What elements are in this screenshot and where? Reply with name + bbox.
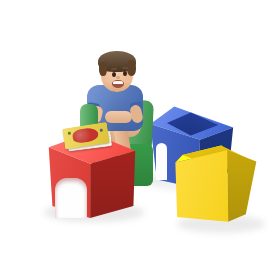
blue-chair-arch-cutout xyxy=(156,143,167,180)
book-cover-dot xyxy=(100,129,103,132)
boy-smiling-mouth xyxy=(112,80,124,88)
boy-teeth xyxy=(113,81,123,84)
product-photo xyxy=(0,0,280,280)
boy-right-eye xyxy=(123,71,127,76)
boy-hair-left xyxy=(99,62,107,76)
boy-hair-right xyxy=(127,60,136,76)
book-cover-dot xyxy=(68,132,71,135)
red-cube-arch-cutout xyxy=(55,178,87,218)
book-cover-art xyxy=(71,126,99,144)
yellow-cube-chair xyxy=(171,139,259,233)
boy-nose xyxy=(116,76,120,79)
